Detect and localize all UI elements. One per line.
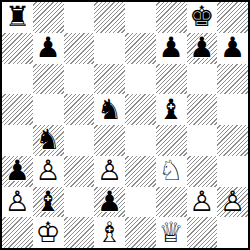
piece-black-knight[interactable]: ♞ (33, 125, 64, 156)
square-e2[interactable] (125, 187, 156, 218)
square-f1[interactable]: ♛♕ (156, 217, 187, 248)
square-g3[interactable] (187, 156, 218, 187)
square-b6[interactable] (33, 64, 64, 95)
square-c1[interactable] (64, 217, 95, 248)
piece-black-knight[interactable]: ♞ (94, 94, 125, 125)
square-c8[interactable] (64, 2, 95, 33)
piece-black-pawn[interactable]: ♟ (2, 156, 33, 187)
chess-diagram: ♜♚♟♟♟♟♞♝♞♟♟♙♟♙♞♘♟♙♝♟♟♙♟♙♚♔♝♗♛♕ (0, 0, 250, 250)
square-c7[interactable] (64, 33, 95, 64)
piece-white-king[interactable]: ♚♔ (33, 217, 64, 248)
piece-black-king[interactable]: ♚ (187, 2, 218, 33)
square-b1[interactable]: ♚♔ (33, 217, 64, 248)
piece-black-pawn[interactable]: ♟ (187, 33, 218, 64)
piece-outline: ♙ (94, 156, 125, 187)
square-c6[interactable] (64, 64, 95, 95)
square-b3[interactable]: ♟♙ (33, 156, 64, 187)
square-h2[interactable]: ♟♙ (217, 187, 248, 218)
square-f4[interactable] (156, 125, 187, 156)
square-e7[interactable] (125, 33, 156, 64)
square-g5[interactable] (187, 94, 218, 125)
square-a6[interactable] (2, 64, 33, 95)
piece-white-queen[interactable]: ♛♕ (156, 217, 187, 248)
piece-black-pawn[interactable]: ♟ (94, 187, 125, 218)
piece-black-pawn[interactable]: ♟ (156, 33, 187, 64)
square-h1[interactable] (217, 217, 248, 248)
piece-outline: ♗ (94, 217, 125, 248)
square-b7[interactable]: ♟ (33, 33, 64, 64)
piece-outline: ♙ (187, 187, 218, 218)
piece-outline: ♙ (217, 187, 248, 218)
square-b4[interactable]: ♞ (33, 125, 64, 156)
square-d3[interactable]: ♟♙ (94, 156, 125, 187)
piece-outline: ♙ (2, 187, 33, 218)
square-e5[interactable] (125, 94, 156, 125)
square-f8[interactable] (156, 2, 187, 33)
piece-white-pawn[interactable]: ♟♙ (2, 187, 33, 218)
square-g8[interactable]: ♚ (187, 2, 218, 33)
piece-outline: ♔ (33, 217, 64, 248)
square-d4[interactable] (94, 125, 125, 156)
chess-board: ♜♚♟♟♟♟♞♝♞♟♟♙♟♙♞♘♟♙♝♟♟♙♟♙♚♔♝♗♛♕ (2, 2, 248, 248)
square-d2[interactable]: ♟ (94, 187, 125, 218)
square-f5[interactable]: ♝ (156, 94, 187, 125)
square-g1[interactable] (187, 217, 218, 248)
square-h4[interactable] (217, 125, 248, 156)
square-e8[interactable] (125, 2, 156, 33)
square-h6[interactable] (217, 64, 248, 95)
square-c3[interactable] (64, 156, 95, 187)
piece-black-rook[interactable]: ♜ (2, 2, 33, 33)
square-e1[interactable] (125, 217, 156, 248)
piece-outline: ♘ (156, 156, 187, 187)
square-a8[interactable]: ♜ (2, 2, 33, 33)
square-g4[interactable] (187, 125, 218, 156)
piece-white-pawn[interactable]: ♟♙ (187, 187, 218, 218)
square-e6[interactable] (125, 64, 156, 95)
square-d6[interactable] (94, 64, 125, 95)
square-a4[interactable] (2, 125, 33, 156)
square-a5[interactable] (2, 94, 33, 125)
square-g6[interactable] (187, 64, 218, 95)
square-b2[interactable]: ♝ (33, 187, 64, 218)
square-g7[interactable]: ♟ (187, 33, 218, 64)
piece-white-pawn[interactable]: ♟♙ (94, 156, 125, 187)
square-a3[interactable]: ♟ (2, 156, 33, 187)
piece-black-bishop[interactable]: ♝ (156, 94, 187, 125)
piece-white-bishop[interactable]: ♝♗ (94, 217, 125, 248)
piece-outline: ♕ (156, 217, 187, 248)
square-h7[interactable]: ♟ (217, 33, 248, 64)
square-h3[interactable] (217, 156, 248, 187)
square-d7[interactable] (94, 33, 125, 64)
square-a2[interactable]: ♟♙ (2, 187, 33, 218)
square-f7[interactable]: ♟ (156, 33, 187, 64)
square-f2[interactable] (156, 187, 187, 218)
square-e4[interactable] (125, 125, 156, 156)
square-f3[interactable]: ♞♘ (156, 156, 187, 187)
square-b5[interactable] (33, 94, 64, 125)
square-d5[interactable]: ♞ (94, 94, 125, 125)
square-h8[interactable] (217, 2, 248, 33)
piece-black-bishop[interactable]: ♝ (33, 187, 64, 218)
square-e3[interactable] (125, 156, 156, 187)
square-b8[interactable] (33, 2, 64, 33)
square-c4[interactable] (64, 125, 95, 156)
square-c5[interactable] (64, 94, 95, 125)
square-c2[interactable] (64, 187, 95, 218)
square-d8[interactable] (94, 2, 125, 33)
square-d1[interactable]: ♝♗ (94, 217, 125, 248)
piece-outline: ♙ (33, 156, 64, 187)
piece-white-pawn[interactable]: ♟♙ (33, 156, 64, 187)
piece-white-pawn[interactable]: ♟♙ (217, 187, 248, 218)
piece-black-pawn[interactable]: ♟ (217, 33, 248, 64)
square-f6[interactable] (156, 64, 187, 95)
square-h5[interactable] (217, 94, 248, 125)
piece-white-knight[interactable]: ♞♘ (156, 156, 187, 187)
square-g2[interactable]: ♟♙ (187, 187, 218, 218)
piece-black-pawn[interactable]: ♟ (33, 33, 64, 64)
square-a1[interactable] (2, 217, 33, 248)
square-a7[interactable] (2, 33, 33, 64)
